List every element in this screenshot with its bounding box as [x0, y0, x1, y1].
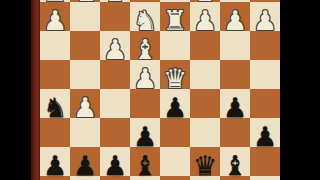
board-frame-left: [31, 0, 40, 180]
square-b6[interactable]: [220, 118, 250, 147]
square-d2[interactable]: ♜: [160, 2, 190, 31]
square-h7[interactable]: ♟: [40, 147, 70, 176]
square-e3[interactable]: ♝: [130, 31, 160, 60]
letterbox-right: [280, 0, 320, 180]
square-c5[interactable]: [190, 89, 220, 118]
square-h4[interactable]: [40, 60, 70, 89]
square-h3[interactable]: [40, 31, 70, 60]
square-h2[interactable]: ♟: [40, 2, 70, 31]
square-c3[interactable]: [190, 31, 220, 60]
square-e8[interactable]: ♚: [130, 176, 160, 180]
square-d8[interactable]: [160, 176, 190, 180]
square-e5[interactable]: [130, 89, 160, 118]
square-c8[interactable]: [190, 176, 220, 180]
square-d6[interactable]: [160, 118, 190, 147]
square-g8[interactable]: [70, 176, 100, 180]
square-c6[interactable]: [190, 118, 220, 147]
square-h8[interactable]: ♜: [40, 176, 70, 180]
square-b4[interactable]: [220, 60, 250, 89]
square-a2[interactable]: ♟: [250, 2, 280, 31]
square-b7[interactable]: ♝: [220, 147, 250, 176]
square-c7[interactable]: ♛: [190, 147, 220, 176]
square-f2[interactable]: [100, 2, 130, 31]
square-e4[interactable]: ♟: [130, 60, 160, 89]
square-b8[interactable]: [220, 176, 250, 180]
square-b3[interactable]: [220, 31, 250, 60]
square-d4[interactable]: ♛: [160, 60, 190, 89]
square-e6[interactable]: ♟: [130, 118, 160, 147]
square-e7[interactable]: ♝: [130, 147, 160, 176]
square-c2[interactable]: ♟: [190, 2, 220, 31]
square-f8[interactable]: [100, 176, 130, 180]
square-h6[interactable]: [40, 118, 70, 147]
square-g6[interactable]: [70, 118, 100, 147]
square-f3[interactable]: ♟: [100, 31, 130, 60]
square-g2[interactable]: [70, 2, 100, 31]
square-g5[interactable]: ♟: [70, 89, 100, 118]
square-a3[interactable]: [250, 31, 280, 60]
square-a6[interactable]: ♟: [250, 118, 280, 147]
square-d5[interactable]: ♟: [160, 89, 190, 118]
square-e2[interactable]: ♞: [130, 2, 160, 31]
square-f5[interactable]: [100, 89, 130, 118]
screenshot-root: ♜♞♝♚♟♞♜♟♟♟♟♝♟♛♞♟♟♟♟♟♟♟♟♝♛♝♜♚♜: [0, 0, 320, 180]
square-b5[interactable]: ♟: [220, 89, 250, 118]
square-d7[interactable]: [160, 147, 190, 176]
square-a5[interactable]: [250, 89, 280, 118]
square-f7[interactable]: ♟: [100, 147, 130, 176]
square-g7[interactable]: ♟: [70, 147, 100, 176]
square-d3[interactable]: [160, 31, 190, 60]
chess-board: ♜♞♝♚♟♞♜♟♟♟♟♝♟♛♞♟♟♟♟♟♟♟♟♝♛♝♜♚♜: [40, 0, 280, 180]
square-f4[interactable]: [100, 60, 130, 89]
square-a7[interactable]: [250, 147, 280, 176]
square-h5[interactable]: ♞: [40, 89, 70, 118]
square-g3[interactable]: [70, 31, 100, 60]
letterbox-left: [0, 0, 31, 180]
square-g4[interactable]: [70, 60, 100, 89]
square-f6[interactable]: [100, 118, 130, 147]
square-b2[interactable]: ♟: [220, 2, 250, 31]
square-c4[interactable]: [190, 60, 220, 89]
square-a8[interactable]: ♜: [250, 176, 280, 180]
square-a4[interactable]: [250, 60, 280, 89]
